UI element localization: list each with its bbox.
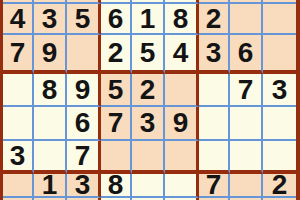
cell-r2c5[interactable]: 5 xyxy=(132,35,165,74)
cell-r6c5[interactable] xyxy=(132,174,165,198)
cell-r2c6[interactable]: 4 xyxy=(165,35,199,74)
cell-r5c5[interactable] xyxy=(132,141,165,174)
cell-r3c8[interactable]: 7 xyxy=(230,74,263,107)
cell-r1c2[interactable]: 3 xyxy=(34,4,67,35)
cell-r4c6[interactable]: 9 xyxy=(165,107,199,141)
cell-r5c6[interactable] xyxy=(165,141,199,174)
cell-r4c4[interactable]: 7 xyxy=(101,107,132,141)
cell-r1c7[interactable]: 2 xyxy=(199,4,230,35)
cell-r6c4[interactable]: 8 xyxy=(101,174,132,198)
cropped-row-bottom xyxy=(165,198,199,200)
cell-r4c1[interactable] xyxy=(3,107,34,141)
cropped-row-bottom xyxy=(230,198,263,200)
cropped-row-bottom xyxy=(34,198,67,200)
cell-r4c7[interactable] xyxy=(199,107,230,141)
cell-r3c5[interactable]: 2 xyxy=(132,74,165,107)
cell-r5c1[interactable]: 3 xyxy=(3,141,34,174)
cell-r3c3[interactable]: 9 xyxy=(67,74,101,107)
cell-r2c7[interactable]: 3 xyxy=(199,35,230,74)
cell-r5c7[interactable] xyxy=(199,141,230,174)
cell-r6c1[interactable] xyxy=(3,174,34,198)
cell-r1c5[interactable]: 1 xyxy=(132,4,165,35)
cell-r6c6[interactable] xyxy=(165,174,199,198)
cell-r2c4[interactable]: 2 xyxy=(101,35,132,74)
cell-r5c4[interactable] xyxy=(101,141,132,174)
cell-r4c5[interactable]: 3 xyxy=(132,107,165,141)
cell-r3c4[interactable]: 5 xyxy=(101,74,132,107)
cell-r1c9[interactable] xyxy=(263,4,296,35)
cell-r1c6[interactable]: 8 xyxy=(165,4,199,35)
cell-r2c1[interactable]: 7 xyxy=(3,35,34,74)
cell-r6c2[interactable]: 1 xyxy=(34,174,67,198)
cell-r3c1[interactable] xyxy=(3,74,34,107)
cell-r4c2[interactable] xyxy=(34,107,67,141)
cell-r6c3[interactable]: 3 xyxy=(67,174,101,198)
cropped-row-bottom xyxy=(199,198,230,200)
cell-r4c9[interactable] xyxy=(263,107,296,141)
cell-r1c3[interactable]: 5 xyxy=(67,4,101,35)
cropped-row-bottom xyxy=(101,198,132,200)
cell-r5c9[interactable] xyxy=(263,141,296,174)
cell-r6c8[interactable] xyxy=(230,174,263,198)
cell-r2c9[interactable] xyxy=(263,35,296,74)
cell-r4c8[interactable] xyxy=(230,107,263,141)
cell-r5c3[interactable]: 7 xyxy=(67,141,101,174)
cell-r5c8[interactable] xyxy=(230,141,263,174)
cell-r5c2[interactable] xyxy=(34,141,67,174)
cropped-row-bottom xyxy=(132,198,165,200)
cropped-row-bottom xyxy=(3,198,34,200)
sudoku-board: 4356182792543689527367393713872 xyxy=(0,0,300,200)
cropped-row-bottom xyxy=(67,198,101,200)
cell-r1c4[interactable]: 6 xyxy=(101,4,132,35)
cell-r3c2[interactable]: 8 xyxy=(34,74,67,107)
cropped-row-bottom xyxy=(263,198,296,200)
cell-r6c7[interactable]: 7 xyxy=(199,174,230,198)
cell-r2c3[interactable] xyxy=(67,35,101,74)
cell-r1c8[interactable] xyxy=(230,4,263,35)
cell-r4c3[interactable]: 6 xyxy=(67,107,101,141)
cell-r3c7[interactable] xyxy=(199,74,230,107)
cell-r1c1[interactable]: 4 xyxy=(3,4,34,35)
cell-r3c9[interactable]: 3 xyxy=(263,74,296,107)
cell-r2c8[interactable]: 6 xyxy=(230,35,263,74)
cell-r3c6[interactable] xyxy=(165,74,199,107)
cell-r6c9[interactable]: 2 xyxy=(263,174,296,198)
cell-r2c2[interactable]: 9 xyxy=(34,35,67,74)
